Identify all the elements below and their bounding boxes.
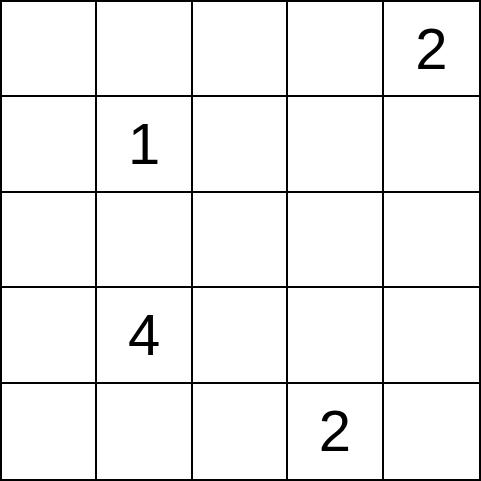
cell-r3c2[interactable] bbox=[97, 193, 192, 288]
cell-r4c4[interactable] bbox=[288, 288, 383, 383]
cell-r5c2[interactable] bbox=[97, 384, 192, 479]
cell-r5c3[interactable] bbox=[193, 384, 288, 479]
cell-r2c2[interactable]: 1 bbox=[97, 97, 192, 192]
cell-r1c1[interactable] bbox=[2, 2, 97, 97]
cell-r4c5[interactable] bbox=[384, 288, 479, 383]
puzzle-grid: 2142 bbox=[0, 0, 481, 481]
cell-r1c2[interactable] bbox=[97, 2, 192, 97]
cell-r3c1[interactable] bbox=[2, 193, 97, 288]
cell-r3c4[interactable] bbox=[288, 193, 383, 288]
cell-r5c5[interactable] bbox=[384, 384, 479, 479]
cell-r1c5[interactable]: 2 bbox=[384, 2, 479, 97]
cell-r2c3[interactable] bbox=[193, 97, 288, 192]
cell-r4c1[interactable] bbox=[2, 288, 97, 383]
cell-r3c5[interactable] bbox=[384, 193, 479, 288]
cell-r2c1[interactable] bbox=[2, 97, 97, 192]
cell-r4c2[interactable]: 4 bbox=[97, 288, 192, 383]
cell-r2c4[interactable] bbox=[288, 97, 383, 192]
cell-r3c3[interactable] bbox=[193, 193, 288, 288]
cell-r1c4[interactable] bbox=[288, 2, 383, 97]
cell-r5c1[interactable] bbox=[2, 384, 97, 479]
cell-r5c4[interactable]: 2 bbox=[288, 384, 383, 479]
cell-r2c5[interactable] bbox=[384, 97, 479, 192]
puzzle-board-container: 2142 bbox=[0, 0, 481, 481]
cell-r1c3[interactable] bbox=[193, 2, 288, 97]
cell-r4c3[interactable] bbox=[193, 288, 288, 383]
